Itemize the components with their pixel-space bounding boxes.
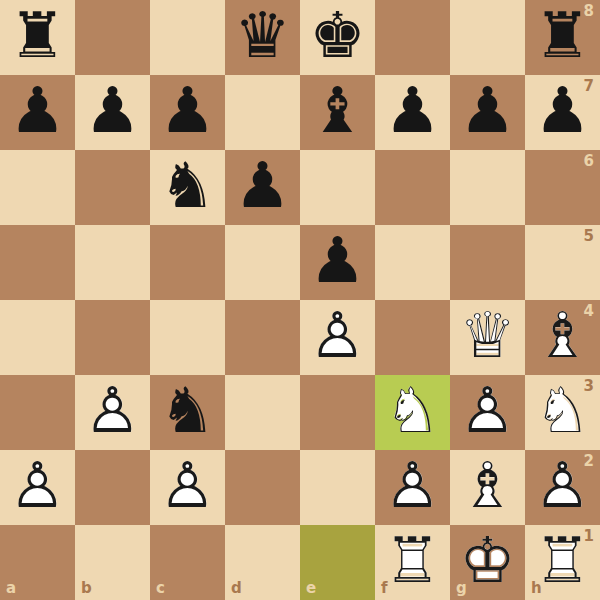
piece-black-bishop-icon[interactable]: ♝ [300,75,375,150]
piece-black-rook-icon[interactable]: ♜ [525,0,600,75]
square-d6[interactable]: ♟ [225,150,300,225]
square-g5[interactable] [450,225,525,300]
square-e4[interactable]: ♟♙ [300,300,375,375]
square-a7[interactable]: ♟ [0,75,75,150]
square-h1[interactable]: ♜♖h1 [525,525,600,600]
square-d5[interactable] [225,225,300,300]
square-f7[interactable]: ♟ [375,75,450,150]
square-d4[interactable] [225,300,300,375]
piece-white-pawn-icon[interactable]: ♟♙ [300,300,375,375]
white-pawn-outline-glyph: ♙ [300,300,375,375]
piece-white-king-icon[interactable]: ♚♔ [450,525,525,600]
square-e7[interactable]: ♝ [300,75,375,150]
square-b5[interactable] [75,225,150,300]
file-label-e: e [306,581,316,596]
white-bishop-outline-glyph: ♗ [525,300,600,375]
piece-white-pawn-icon[interactable]: ♟♙ [450,375,525,450]
square-e5[interactable]: ♟ [300,225,375,300]
black-queen-glyph: ♛ [225,0,300,75]
square-h3[interactable]: ♞♘3 [525,375,600,450]
square-a4[interactable] [0,300,75,375]
square-c3[interactable]: ♞ [150,375,225,450]
square-g4[interactable]: ♛♕ [450,300,525,375]
black-pawn-glyph: ♟ [450,75,525,150]
rank-label-6: 6 [584,154,594,169]
piece-black-pawn-icon[interactable]: ♟ [225,150,300,225]
file-label-c: c [156,581,165,596]
square-b3[interactable]: ♟♙ [75,375,150,450]
square-c8[interactable] [150,0,225,75]
piece-white-pawn-icon[interactable]: ♟♙ [525,450,600,525]
piece-white-bishop-icon[interactable]: ♝♗ [450,450,525,525]
square-h2[interactable]: ♟♙2 [525,450,600,525]
black-pawn-glyph: ♟ [225,150,300,225]
piece-white-queen-icon[interactable]: ♛♕ [450,300,525,375]
square-h7[interactable]: ♟7 [525,75,600,150]
white-knight-outline-glyph: ♘ [525,375,600,450]
black-pawn-glyph: ♟ [0,75,75,150]
square-c6[interactable]: ♞ [150,150,225,225]
black-pawn-glyph: ♟ [375,75,450,150]
piece-black-pawn-icon[interactable]: ♟ [375,75,450,150]
square-f2[interactable]: ♟♙ [375,450,450,525]
piece-white-pawn-icon[interactable]: ♟♙ [375,450,450,525]
square-c2[interactable]: ♟♙ [150,450,225,525]
white-bishop-outline-glyph: ♗ [450,450,525,525]
white-queen-outline-glyph: ♕ [450,300,525,375]
piece-white-pawn-icon[interactable]: ♟♙ [75,375,150,450]
file-label-b: b [81,581,92,596]
piece-white-rook-icon[interactable]: ♜♖ [375,525,450,600]
square-a8[interactable]: ♜ [0,0,75,75]
square-c4[interactable] [150,300,225,375]
piece-white-knight-icon[interactable]: ♞♘ [525,375,600,450]
white-pawn-outline-glyph: ♙ [0,450,75,525]
square-h6[interactable]: 6 [525,150,600,225]
square-d1[interactable]: d [225,525,300,600]
square-e6[interactable] [300,150,375,225]
black-pawn-glyph: ♟ [525,75,600,150]
white-king-outline-glyph: ♔ [450,525,525,600]
black-pawn-glyph: ♟ [150,75,225,150]
square-h4[interactable]: ♝♗4 [525,300,600,375]
square-f1[interactable]: ♜♖f [375,525,450,600]
square-c5[interactable] [150,225,225,300]
file-label-d: d [231,581,242,596]
black-knight-glyph: ♞ [150,375,225,450]
piece-black-pawn-icon[interactable]: ♟ [450,75,525,150]
white-pawn-outline-glyph: ♙ [75,375,150,450]
square-b8[interactable] [75,0,150,75]
white-pawn-outline-glyph: ♙ [450,375,525,450]
square-d8[interactable]: ♛ [225,0,300,75]
piece-black-queen-icon[interactable]: ♛ [225,0,300,75]
black-knight-glyph: ♞ [150,150,225,225]
square-b2[interactable] [75,450,150,525]
piece-black-knight-icon[interactable]: ♞ [150,150,225,225]
square-g3[interactable]: ♟♙ [450,375,525,450]
black-rook-glyph: ♜ [525,0,600,75]
square-d7[interactable] [225,75,300,150]
piece-white-pawn-icon[interactable]: ♟♙ [150,450,225,525]
square-f3[interactable]: ♞♘ [375,375,450,450]
square-a2[interactable]: ♟♙ [0,450,75,525]
square-f6[interactable] [375,150,450,225]
piece-black-pawn-icon[interactable]: ♟ [75,75,150,150]
square-e8[interactable]: ♚ [300,0,375,75]
square-g8[interactable] [450,0,525,75]
piece-black-pawn-icon[interactable]: ♟ [0,75,75,150]
square-b6[interactable] [75,150,150,225]
square-a6[interactable] [0,150,75,225]
piece-black-pawn-icon[interactable]: ♟ [150,75,225,150]
file-label-a: a [6,581,16,596]
black-bishop-glyph: ♝ [300,75,375,150]
piece-white-pawn-icon[interactable]: ♟♙ [0,450,75,525]
chess-board: ♜♛♚♜8♟♟♟♝♟♟♟7♞♟6♟5♟♙♛♕♝♗4♟♙♞♞♘♟♙♞♘3♟♙♟♙♟… [0,0,600,600]
piece-black-king-icon[interactable]: ♚ [300,0,375,75]
black-pawn-glyph: ♟ [75,75,150,150]
piece-black-knight-icon[interactable]: ♞ [150,375,225,450]
piece-black-pawn-icon[interactable]: ♟ [300,225,375,300]
black-pawn-glyph: ♟ [300,225,375,300]
black-rook-glyph: ♜ [0,0,75,75]
square-b4[interactable] [75,300,150,375]
square-a5[interactable] [0,225,75,300]
white-pawn-outline-glyph: ♙ [525,450,600,525]
square-f5[interactable] [375,225,450,300]
square-f8[interactable] [375,0,450,75]
piece-white-knight-icon[interactable]: ♞♘ [375,375,450,450]
piece-white-bishop-icon[interactable]: ♝♗ [525,300,600,375]
square-e1[interactable]: e [300,525,375,600]
square-a1[interactable]: a [0,525,75,600]
square-b7[interactable]: ♟ [75,75,150,150]
square-h5[interactable]: 5 [525,225,600,300]
square-g2[interactable]: ♝♗ [450,450,525,525]
chess-board-wrap: ♜♛♚♜8♟♟♟♝♟♟♟7♞♟6♟5♟♙♛♕♝♗4♟♙♞♞♘♟♙♞♘3♟♙♟♙♟… [0,0,600,600]
white-rook-outline-glyph: ♖ [375,525,450,600]
square-h8[interactable]: ♜8 [525,0,600,75]
square-b1[interactable]: b [75,525,150,600]
piece-black-rook-icon[interactable]: ♜ [0,0,75,75]
square-a3[interactable] [0,375,75,450]
square-e2[interactable] [300,450,375,525]
piece-black-pawn-icon[interactable]: ♟ [525,75,600,150]
square-f4[interactable] [375,300,450,375]
white-pawn-outline-glyph: ♙ [150,450,225,525]
square-g1[interactable]: ♚♔g [450,525,525,600]
square-d2[interactable] [225,450,300,525]
white-knight-outline-glyph: ♘ [375,375,450,450]
white-pawn-outline-glyph: ♙ [375,450,450,525]
rank-label-5: 5 [584,229,594,244]
square-c7[interactable]: ♟ [150,75,225,150]
square-g6[interactable] [450,150,525,225]
square-c1[interactable]: c [150,525,225,600]
square-d3[interactable] [225,375,300,450]
white-rook-outline-glyph: ♖ [525,525,600,600]
square-g7[interactable]: ♟ [450,75,525,150]
piece-white-rook-icon[interactable]: ♜♖ [525,525,600,600]
black-king-glyph: ♚ [300,0,375,75]
square-e3[interactable] [300,375,375,450]
